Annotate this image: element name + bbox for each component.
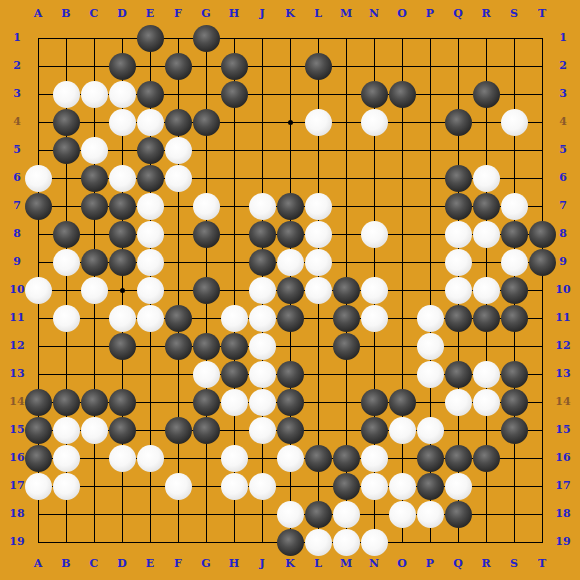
white-stone bbox=[445, 277, 472, 304]
black-stone bbox=[333, 473, 360, 500]
column-label: G bbox=[195, 558, 217, 570]
black-stone bbox=[81, 389, 108, 416]
row-label: 1 bbox=[6, 32, 28, 44]
black-stone bbox=[277, 389, 304, 416]
row-label: 16 bbox=[552, 452, 574, 464]
black-stone bbox=[277, 417, 304, 444]
black-stone bbox=[305, 53, 332, 80]
column-label: A bbox=[27, 8, 49, 20]
white-stone bbox=[473, 277, 500, 304]
white-stone bbox=[221, 389, 248, 416]
black-stone bbox=[473, 305, 500, 332]
row-label: 12 bbox=[552, 340, 574, 352]
row-label: 5 bbox=[6, 144, 28, 156]
row-label: 12 bbox=[6, 340, 28, 352]
column-label: H bbox=[223, 558, 245, 570]
black-stone bbox=[165, 53, 192, 80]
column-label: P bbox=[419, 558, 441, 570]
white-stone bbox=[109, 81, 136, 108]
black-stone bbox=[221, 81, 248, 108]
white-stone bbox=[361, 529, 388, 556]
white-stone bbox=[249, 417, 276, 444]
white-stone bbox=[81, 81, 108, 108]
black-stone bbox=[25, 445, 52, 472]
black-stone bbox=[333, 305, 360, 332]
row-label: 6 bbox=[552, 172, 574, 184]
black-stone bbox=[277, 305, 304, 332]
white-stone bbox=[53, 305, 80, 332]
white-stone bbox=[305, 109, 332, 136]
column-label: J bbox=[251, 558, 273, 570]
white-stone bbox=[473, 361, 500, 388]
black-stone bbox=[193, 333, 220, 360]
black-stone bbox=[249, 249, 276, 276]
row-label: 13 bbox=[552, 368, 574, 380]
row-label: 11 bbox=[552, 312, 574, 324]
black-stone bbox=[529, 221, 556, 248]
column-label: T bbox=[531, 558, 553, 570]
row-label: 2 bbox=[6, 60, 28, 72]
row-label: 9 bbox=[6, 256, 28, 268]
row-label: 19 bbox=[6, 536, 28, 548]
row-label: 7 bbox=[552, 200, 574, 212]
white-stone bbox=[305, 193, 332, 220]
black-stone bbox=[473, 445, 500, 472]
black-stone bbox=[277, 361, 304, 388]
black-stone bbox=[137, 137, 164, 164]
white-stone bbox=[249, 193, 276, 220]
white-stone bbox=[305, 277, 332, 304]
white-stone bbox=[53, 417, 80, 444]
row-label: 4 bbox=[552, 116, 574, 128]
column-label: Q bbox=[447, 558, 469, 570]
white-stone bbox=[445, 221, 472, 248]
black-stone bbox=[333, 277, 360, 304]
white-stone bbox=[277, 501, 304, 528]
black-stone bbox=[445, 109, 472, 136]
column-label: P bbox=[419, 8, 441, 20]
white-stone bbox=[305, 529, 332, 556]
column-label: D bbox=[111, 8, 133, 20]
white-stone bbox=[249, 333, 276, 360]
white-stone bbox=[109, 305, 136, 332]
column-label: E bbox=[139, 8, 161, 20]
column-label: A bbox=[27, 558, 49, 570]
black-stone bbox=[501, 277, 528, 304]
black-stone bbox=[333, 445, 360, 472]
white-stone bbox=[361, 445, 388, 472]
grid-line-vertical bbox=[402, 38, 403, 543]
white-stone bbox=[333, 501, 360, 528]
grid-line-vertical bbox=[542, 38, 543, 543]
white-stone bbox=[305, 221, 332, 248]
white-stone bbox=[445, 473, 472, 500]
white-stone bbox=[109, 109, 136, 136]
row-label: 8 bbox=[6, 228, 28, 240]
black-stone bbox=[193, 221, 220, 248]
black-stone bbox=[501, 221, 528, 248]
column-label: B bbox=[55, 8, 77, 20]
black-stone bbox=[445, 445, 472, 472]
row-label: 1 bbox=[552, 32, 574, 44]
white-stone bbox=[473, 389, 500, 416]
white-stone bbox=[221, 305, 248, 332]
column-label: M bbox=[335, 558, 357, 570]
column-label: H bbox=[223, 8, 245, 20]
column-label: K bbox=[279, 8, 301, 20]
black-stone bbox=[333, 333, 360, 360]
column-label: D bbox=[111, 558, 133, 570]
column-label: T bbox=[531, 8, 553, 20]
column-label: S bbox=[503, 558, 525, 570]
black-stone bbox=[165, 333, 192, 360]
white-stone bbox=[389, 501, 416, 528]
black-stone bbox=[193, 417, 220, 444]
black-stone bbox=[81, 165, 108, 192]
column-label: C bbox=[83, 558, 105, 570]
black-stone bbox=[25, 417, 52, 444]
white-stone bbox=[417, 333, 444, 360]
white-stone bbox=[109, 445, 136, 472]
white-stone bbox=[417, 417, 444, 444]
white-stone bbox=[137, 109, 164, 136]
white-stone bbox=[81, 277, 108, 304]
white-stone bbox=[417, 501, 444, 528]
black-stone bbox=[305, 501, 332, 528]
black-stone bbox=[165, 305, 192, 332]
white-stone bbox=[81, 137, 108, 164]
white-stone bbox=[137, 193, 164, 220]
white-stone bbox=[361, 305, 388, 332]
white-stone bbox=[221, 445, 248, 472]
black-stone bbox=[109, 53, 136, 80]
row-label: 3 bbox=[552, 88, 574, 100]
white-stone bbox=[445, 389, 472, 416]
white-stone bbox=[473, 221, 500, 248]
white-stone bbox=[53, 473, 80, 500]
black-stone bbox=[53, 221, 80, 248]
row-label: 17 bbox=[552, 480, 574, 492]
black-stone bbox=[501, 305, 528, 332]
black-stone bbox=[249, 221, 276, 248]
black-stone bbox=[165, 109, 192, 136]
row-label: 2 bbox=[552, 60, 574, 72]
column-label: S bbox=[503, 8, 525, 20]
column-label: J bbox=[251, 8, 273, 20]
black-stone bbox=[137, 25, 164, 52]
black-stone bbox=[81, 249, 108, 276]
row-label: 18 bbox=[6, 508, 28, 520]
black-stone bbox=[221, 53, 248, 80]
white-stone bbox=[53, 81, 80, 108]
row-label: 15 bbox=[552, 424, 574, 436]
black-stone bbox=[473, 193, 500, 220]
column-label: E bbox=[139, 558, 161, 570]
black-stone bbox=[361, 81, 388, 108]
black-stone bbox=[109, 389, 136, 416]
go-board[interactable]: AABBCCDDEEFFGGHHJJKKLLMMNNOOPPQQRRSSTT11… bbox=[0, 0, 580, 580]
black-stone bbox=[361, 389, 388, 416]
white-stone bbox=[249, 473, 276, 500]
white-stone bbox=[333, 529, 360, 556]
row-label: 13 bbox=[6, 368, 28, 380]
black-stone bbox=[109, 221, 136, 248]
black-stone bbox=[193, 109, 220, 136]
white-stone bbox=[25, 473, 52, 500]
white-stone bbox=[165, 137, 192, 164]
row-label: 5 bbox=[552, 144, 574, 156]
row-label: 18 bbox=[552, 508, 574, 520]
column-label: F bbox=[167, 8, 189, 20]
column-label: M bbox=[335, 8, 357, 20]
row-label: 11 bbox=[6, 312, 28, 324]
black-stone bbox=[193, 25, 220, 52]
black-stone bbox=[445, 193, 472, 220]
column-label: C bbox=[83, 8, 105, 20]
black-stone bbox=[165, 417, 192, 444]
black-stone bbox=[53, 137, 80, 164]
black-stone bbox=[417, 473, 444, 500]
white-stone bbox=[137, 445, 164, 472]
white-stone bbox=[25, 277, 52, 304]
white-stone bbox=[361, 473, 388, 500]
white-stone bbox=[193, 361, 220, 388]
black-stone bbox=[389, 81, 416, 108]
white-stone bbox=[277, 445, 304, 472]
white-stone bbox=[137, 221, 164, 248]
white-stone bbox=[389, 473, 416, 500]
white-stone bbox=[473, 165, 500, 192]
black-stone bbox=[501, 389, 528, 416]
white-stone bbox=[25, 165, 52, 192]
column-label: L bbox=[307, 558, 329, 570]
black-stone bbox=[417, 445, 444, 472]
column-label: F bbox=[167, 558, 189, 570]
white-stone bbox=[249, 389, 276, 416]
black-stone bbox=[109, 249, 136, 276]
white-stone bbox=[277, 249, 304, 276]
black-stone bbox=[193, 389, 220, 416]
column-label: K bbox=[279, 558, 301, 570]
black-stone bbox=[193, 277, 220, 304]
white-stone bbox=[137, 249, 164, 276]
black-stone bbox=[501, 417, 528, 444]
column-label: R bbox=[475, 558, 497, 570]
black-stone bbox=[501, 361, 528, 388]
black-stone bbox=[445, 165, 472, 192]
white-stone bbox=[81, 417, 108, 444]
black-stone bbox=[137, 165, 164, 192]
black-stone bbox=[529, 249, 556, 276]
white-stone bbox=[165, 165, 192, 192]
white-stone bbox=[417, 361, 444, 388]
white-stone bbox=[417, 305, 444, 332]
white-stone bbox=[501, 249, 528, 276]
row-label: 19 bbox=[552, 536, 574, 548]
white-stone bbox=[137, 277, 164, 304]
black-stone bbox=[109, 333, 136, 360]
black-stone bbox=[221, 361, 248, 388]
row-label: 10 bbox=[552, 284, 574, 296]
black-stone bbox=[305, 445, 332, 472]
black-stone bbox=[277, 277, 304, 304]
black-stone bbox=[109, 193, 136, 220]
white-stone bbox=[361, 277, 388, 304]
column-label: N bbox=[363, 558, 385, 570]
white-stone bbox=[221, 473, 248, 500]
column-label: O bbox=[391, 558, 413, 570]
white-stone bbox=[193, 193, 220, 220]
black-stone bbox=[221, 333, 248, 360]
star-point bbox=[288, 120, 293, 125]
column-label: G bbox=[195, 8, 217, 20]
black-stone bbox=[137, 81, 164, 108]
white-stone bbox=[361, 221, 388, 248]
white-stone bbox=[501, 193, 528, 220]
white-stone bbox=[305, 249, 332, 276]
black-stone bbox=[445, 361, 472, 388]
black-stone bbox=[445, 501, 472, 528]
row-label: 3 bbox=[6, 88, 28, 100]
black-stone bbox=[25, 193, 52, 220]
black-stone bbox=[109, 417, 136, 444]
black-stone bbox=[53, 389, 80, 416]
column-label: Q bbox=[447, 8, 469, 20]
white-stone bbox=[249, 361, 276, 388]
black-stone bbox=[277, 193, 304, 220]
white-stone bbox=[137, 305, 164, 332]
row-label: 4 bbox=[6, 116, 28, 128]
white-stone bbox=[53, 445, 80, 472]
black-stone bbox=[473, 81, 500, 108]
white-stone bbox=[53, 249, 80, 276]
row-label: 14 bbox=[552, 396, 574, 408]
white-stone bbox=[249, 277, 276, 304]
black-stone bbox=[53, 109, 80, 136]
black-stone bbox=[277, 529, 304, 556]
white-stone bbox=[389, 417, 416, 444]
column-label: R bbox=[475, 8, 497, 20]
white-stone bbox=[501, 109, 528, 136]
white-stone bbox=[361, 109, 388, 136]
column-label: B bbox=[55, 558, 77, 570]
white-stone bbox=[165, 473, 192, 500]
black-stone bbox=[389, 389, 416, 416]
column-label: L bbox=[307, 8, 329, 20]
white-stone bbox=[109, 165, 136, 192]
black-stone bbox=[361, 417, 388, 444]
black-stone bbox=[25, 389, 52, 416]
white-stone bbox=[445, 249, 472, 276]
column-label: N bbox=[363, 8, 385, 20]
black-stone bbox=[445, 305, 472, 332]
black-stone bbox=[81, 193, 108, 220]
column-label: O bbox=[391, 8, 413, 20]
black-stone bbox=[277, 221, 304, 248]
star-point bbox=[120, 288, 125, 293]
white-stone bbox=[249, 305, 276, 332]
